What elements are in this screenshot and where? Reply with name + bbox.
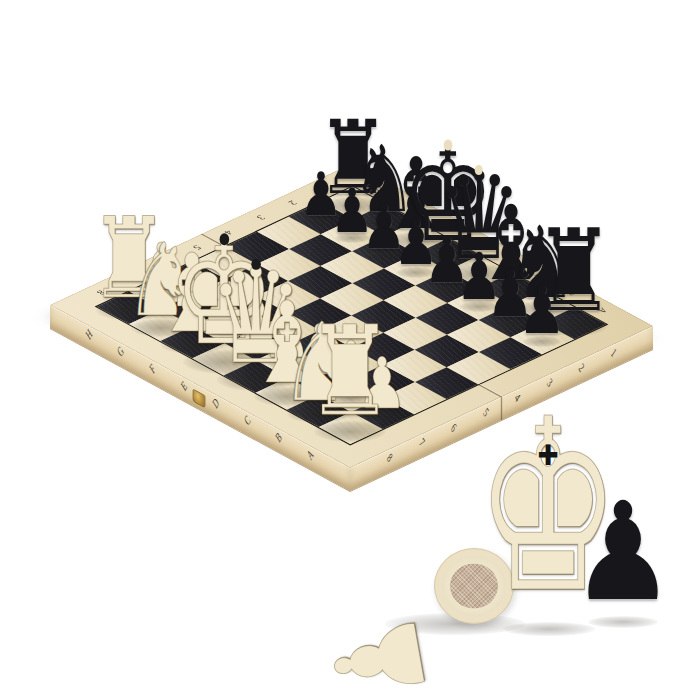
finial-tip [475,165,483,175]
finial-tip [251,259,260,270]
piece-black-pawn-a2: ♟ [518,277,566,344]
loose-white-pawn-lying: ♟ [313,605,445,700]
loose-black-pawn-standing: ♟ [571,484,675,620]
king-black-cross-finial: ✚ [537,442,558,470]
piece-white-rook-a8: ♜ [306,310,395,434]
product-photo-chess-set[interactable]: HGFEDCBA 87654321 87654321HGFEDCBA ♜♞♝♛♚… [0,0,700,700]
